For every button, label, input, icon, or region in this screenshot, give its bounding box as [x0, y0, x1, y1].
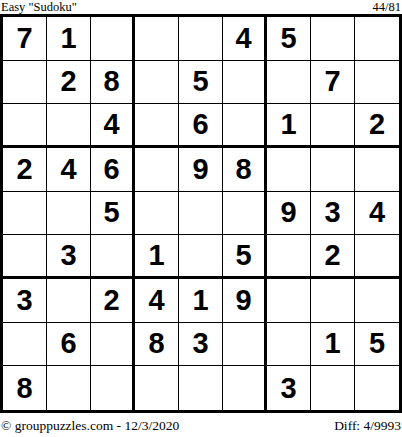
cell-r4c8-empty [311, 148, 355, 192]
cell-r3c1-empty [3, 104, 47, 148]
cell-r6c6-given: 5 [223, 235, 267, 279]
footer: © grouppuzzles.com - 12/3/2020 Diff: 4/9… [0, 413, 402, 437]
cell-r1c3-empty [91, 17, 135, 61]
cell-r4c7-empty [267, 148, 311, 192]
cell-r7c4-given: 4 [135, 279, 179, 323]
cell-r2c3-given: 8 [91, 61, 135, 105]
cell-r4c4-empty [135, 148, 179, 192]
cell-r1c6-given: 4 [223, 17, 267, 61]
cell-r4c3-given: 6 [91, 148, 135, 192]
cell-r1c4-empty [135, 17, 179, 61]
cell-r8c8-given: 1 [311, 323, 355, 367]
cell-r6c9-empty [355, 235, 399, 279]
cell-r9c3-empty [91, 366, 135, 410]
cell-r9c5-empty [179, 366, 223, 410]
sudoku-board: 7145285746122469859343152324196831583 [0, 14, 402, 413]
cell-r1c9-empty [355, 17, 399, 61]
cell-r6c5-empty [179, 235, 223, 279]
cell-r4c2-given: 4 [47, 148, 91, 192]
sudoku-grid: 7145285746122469859343152324196831583 [3, 17, 399, 410]
cell-r6c3-empty [91, 235, 135, 279]
cell-r9c2-empty [47, 366, 91, 410]
cell-r6c8-given: 2 [311, 235, 355, 279]
puzzle-counter: 44/81 [373, 1, 401, 14]
puzzle-page: Easy "Sudoku" 44/81 71452857461224698593… [0, 0, 402, 437]
cell-r5c3-given: 5 [91, 192, 135, 236]
cell-r8c6-empty [223, 323, 267, 367]
cell-r2c6-empty [223, 61, 267, 105]
cell-r6c4-given: 1 [135, 235, 179, 279]
cell-r5c5-empty [179, 192, 223, 236]
cell-r6c7-empty [267, 235, 311, 279]
cell-r3c7-given: 1 [267, 104, 311, 148]
cell-r9c9-empty [355, 366, 399, 410]
puzzle-title: Easy "Sudoku" [1, 1, 77, 14]
cell-r3c4-empty [135, 104, 179, 148]
cell-r7c5-given: 1 [179, 279, 223, 323]
cell-r6c2-given: 3 [47, 235, 91, 279]
cell-r7c3-given: 2 [91, 279, 135, 323]
cell-r9c6-empty [223, 366, 267, 410]
cell-r8c5-given: 3 [179, 323, 223, 367]
cell-r6c1-empty [3, 235, 47, 279]
cell-r2c4-empty [135, 61, 179, 105]
cell-r5c6-empty [223, 192, 267, 236]
cell-r8c3-empty [91, 323, 135, 367]
difficulty-text: Diff: 4/9993 [334, 418, 401, 433]
cell-r2c1-empty [3, 61, 47, 105]
cell-r4c5-given: 9 [179, 148, 223, 192]
cell-r8c7-empty [267, 323, 311, 367]
cell-r2c9-empty [355, 61, 399, 105]
cell-r4c6-given: 8 [223, 148, 267, 192]
cell-r3c3-given: 4 [91, 104, 135, 148]
cell-r3c9-given: 2 [355, 104, 399, 148]
cell-r4c1-given: 2 [3, 148, 47, 192]
cell-r9c7-given: 3 [267, 366, 311, 410]
cell-r9c1-given: 8 [3, 366, 47, 410]
cell-r1c5-empty [179, 17, 223, 61]
cell-r5c1-empty [3, 192, 47, 236]
cell-r3c2-empty [47, 104, 91, 148]
cell-r1c2-given: 1 [47, 17, 91, 61]
cell-r2c2-given: 2 [47, 61, 91, 105]
cell-r2c5-given: 5 [179, 61, 223, 105]
copyright-text: © grouppuzzles.com - 12/3/2020 [1, 418, 179, 433]
cell-r1c7-given: 5 [267, 17, 311, 61]
cell-r5c4-empty [135, 192, 179, 236]
cell-r3c8-empty [311, 104, 355, 148]
cell-r7c6-given: 9 [223, 279, 267, 323]
cell-r8c1-empty [3, 323, 47, 367]
cell-r5c9-given: 4 [355, 192, 399, 236]
cell-r1c8-empty [311, 17, 355, 61]
cell-r3c6-empty [223, 104, 267, 148]
cell-r5c8-given: 3 [311, 192, 355, 236]
cell-r7c9-empty [355, 279, 399, 323]
cell-r9c8-empty [311, 366, 355, 410]
cell-r4c9-empty [355, 148, 399, 192]
cell-r8c9-given: 5 [355, 323, 399, 367]
cell-r2c8-given: 7 [311, 61, 355, 105]
header: Easy "Sudoku" 44/81 [0, 0, 402, 14]
cell-r8c2-given: 6 [47, 323, 91, 367]
cell-r8c4-given: 8 [135, 323, 179, 367]
cell-r9c4-empty [135, 366, 179, 410]
cell-r7c2-empty [47, 279, 91, 323]
cell-r7c1-given: 3 [3, 279, 47, 323]
cell-r1c1-given: 7 [3, 17, 47, 61]
cell-r2c7-empty [267, 61, 311, 105]
cell-r5c2-empty [47, 192, 91, 236]
cell-r7c7-empty [267, 279, 311, 323]
cell-r7c8-empty [311, 279, 355, 323]
cell-r5c7-given: 9 [267, 192, 311, 236]
cell-r3c5-given: 6 [179, 104, 223, 148]
